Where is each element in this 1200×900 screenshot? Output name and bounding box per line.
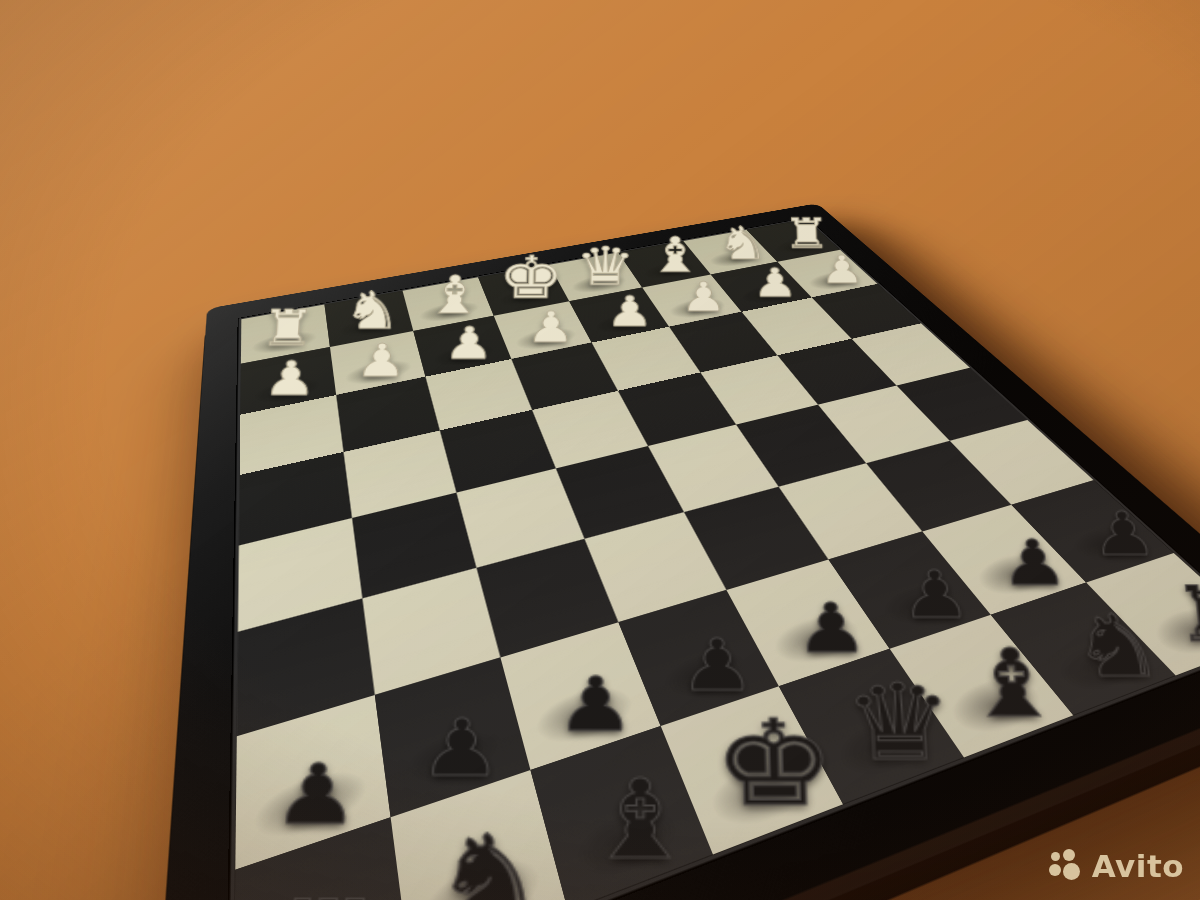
piece-white-bishop-f1[interactable]: ♝ [423,269,484,321]
piece-white-queen-d1[interactable]: ♛ [575,240,636,293]
piece-white-knight-g1[interactable]: ♞ [342,285,403,337]
piece-black-bishop-c8[interactable]: ♝ [961,638,1065,732]
piece-black-bishop-f8[interactable]: ♝ [583,767,696,876]
piece-white-pawn-e2[interactable]: ♟ [527,306,576,349]
piece-white-pawn-f2[interactable]: ♟ [443,321,494,365]
piece-black-knight-b8[interactable]: ♞ [1069,605,1167,691]
piece-white-rook-h1[interactable]: ♜ [258,304,317,353]
piece-black-pawn-h7[interactable]: ♟ [271,754,361,837]
avito-watermark: Avito [1049,848,1184,884]
piece-black-rook-a8[interactable]: ♜ [1171,577,1200,653]
piece-white-king-e1[interactable]: ♚ [498,249,565,307]
piece-black-pawn-d7[interactable]: ♟ [794,595,868,663]
piece-black-pawn-e7[interactable]: ♟ [680,630,756,701]
piece-black-queen-d8[interactable]: ♛ [842,670,956,775]
piece-black-knight-g8[interactable]: ♞ [432,822,548,900]
watermark-label: Avito [1092,848,1184,884]
piece-white-pawn-d2[interactable]: ♟ [606,291,653,333]
piece-black-rook-h8[interactable]: ♜ [267,888,384,900]
piece-white-pawn-a2[interactable]: ♟ [820,250,865,289]
chess-set: ♜♞♝♚♛♝♞♜♟♟♟♟♟♟♟♟♟♟♟♟♟♟♟♟♜♞♝♚♛♝♞♜ [149,203,1200,900]
piece-black-pawn-a7[interactable]: ♟ [1089,504,1159,564]
piece-white-pawn-b2[interactable]: ♟ [752,263,798,303]
piece-black-pawn-b7[interactable]: ♟ [998,532,1069,594]
photo-scene: ♜♞♝♚♛♝♞♜♟♟♟♟♟♟♟♟♟♟♟♟♟♟♟♟♜♞♝♚♛♝♞♜ [0,0,1200,900]
piece-white-pawn-c2[interactable]: ♟ [681,277,727,318]
piece-white-pawn-g2[interactable]: ♟ [355,338,408,384]
piece-white-bishop-c1[interactable]: ♝ [648,231,703,279]
piece-black-pawn-f7[interactable]: ♟ [555,667,634,742]
avito-logo-icon [1049,849,1083,883]
piece-white-pawn-h2[interactable]: ♟ [262,355,318,402]
piece-black-pawn-c7[interactable]: ♟ [899,562,972,627]
piece-black-king-e8[interactable]: ♚ [713,705,838,823]
piece-black-pawn-g7[interactable]: ♟ [419,709,503,788]
